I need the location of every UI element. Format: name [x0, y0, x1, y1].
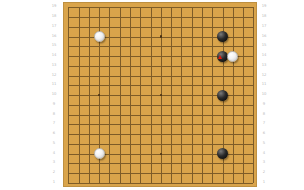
white-stone: [94, 148, 105, 159]
screenshot-page: 1919181817171616151514141313121211111010…: [0, 0, 304, 190]
row-label-right: 7: [261, 122, 267, 126]
row-label-right: 12: [261, 73, 267, 77]
row-label-right: 15: [261, 43, 267, 47]
grid-line: [233, 7, 234, 183]
row-label-right: 5: [261, 141, 267, 145]
row-label-left: 15: [51, 43, 57, 47]
row-label-right: 13: [261, 63, 267, 67]
row-label-right: 10: [261, 92, 267, 96]
row-label-right: 4: [261, 151, 267, 155]
row-label-left: 12: [51, 73, 57, 77]
row-label-left: 9: [51, 102, 57, 106]
row-label-right: 19: [261, 4, 267, 8]
row-label-left: 19: [51, 4, 57, 8]
last-move-marker: [218, 55, 222, 59]
row-label-left: 14: [51, 53, 57, 57]
grid-line: [243, 7, 244, 183]
row-label-right: 9: [261, 102, 267, 106]
row-label-left: 16: [51, 34, 57, 38]
row-label-left: 4: [51, 151, 57, 155]
black-stone: [217, 90, 228, 101]
grid-line: [68, 134, 253, 135]
row-label-right: 6: [261, 131, 267, 135]
row-label-left: 18: [51, 14, 57, 18]
black-stone: [217, 148, 228, 159]
grid-line: [171, 7, 172, 183]
grid-line: [68, 105, 253, 106]
grid-line: [68, 183, 253, 184]
grid-line: [253, 7, 254, 183]
grid-line: [202, 7, 203, 183]
grid-line: [212, 7, 213, 183]
row-label-right: 14: [261, 53, 267, 57]
grid-line: [181, 7, 182, 183]
row-label-left: 13: [51, 63, 57, 67]
row-label-right: 2: [261, 170, 267, 174]
grid-line: [192, 7, 193, 183]
row-label-right: 11: [261, 83, 267, 87]
grid-line: [68, 173, 253, 174]
row-label-left: 11: [51, 83, 57, 87]
grid-line: [68, 115, 253, 116]
row-label-left: 5: [51, 141, 57, 145]
row-label-left: 6: [51, 131, 57, 135]
row-label-left: 2: [51, 170, 57, 174]
go-board[interactable]: [63, 2, 257, 187]
grid-line: [68, 163, 253, 164]
white-stone: [94, 31, 105, 42]
row-label-right: 17: [261, 24, 267, 28]
grid-line: [68, 144, 253, 145]
row-label-right: 18: [261, 14, 267, 18]
row-label-right: 3: [261, 161, 267, 165]
row-label-right: 8: [261, 112, 267, 116]
grid-line: [68, 124, 253, 125]
row-label-left: 17: [51, 24, 57, 28]
row-label-right: 1: [261, 180, 267, 184]
row-label-right: 16: [261, 34, 267, 38]
row-label-left: 10: [51, 92, 57, 96]
row-label-left: 8: [51, 112, 57, 116]
row-label-left: 3: [51, 161, 57, 165]
white-stone: [227, 51, 238, 62]
star-point: [160, 153, 162, 155]
row-label-left: 1: [51, 180, 57, 184]
row-label-left: 7: [51, 122, 57, 126]
star-point: [160, 35, 162, 37]
black-stone: [217, 31, 228, 42]
